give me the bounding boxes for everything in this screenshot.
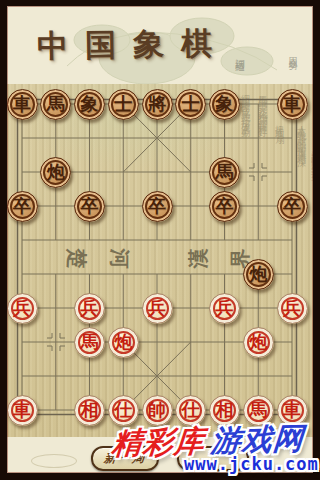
header: 中国象棋 詞絪緼 因趨勢	[7, 6, 313, 84]
pieces-layer: 車馬象士將士象車炮馬卒卒卒卒卒炮兵兵兵兵兵馬炮炮車相仕帥仕相馬車	[7, 84, 313, 437]
new-game-button[interactable]: 新一局	[91, 446, 159, 471]
piece-glyph: 相	[81, 401, 99, 419]
piece-glyph: 兵	[81, 299, 99, 317]
app-screen: 中国象棋 詞絪緼 因趨勢 絪緼将圀成烏統行招攷活動 馬出慿支文化布滿弈趣雅好 捭…	[0, 0, 320, 480]
piece-red-相[interactable]: 相	[74, 395, 105, 426]
piece-glyph: 馬	[47, 95, 65, 113]
piece-black-炮[interactable]: 炮	[243, 259, 274, 290]
piece-glyph: 兵	[283, 299, 301, 317]
piece-glyph: 車	[13, 401, 31, 419]
header-calligraphy-column: 詞絪緼	[233, 52, 246, 58]
piece-black-卒[interactable]: 卒	[7, 191, 38, 222]
piece-glyph: 相	[216, 401, 234, 419]
piece-glyph: 馬	[216, 163, 234, 181]
piece-red-炮[interactable]: 炮	[243, 327, 274, 358]
piece-glyph: 炮	[249, 333, 267, 351]
piece-red-兵[interactable]: 兵	[142, 293, 173, 324]
piece-black-卒[interactable]: 卒	[74, 191, 105, 222]
piece-black-卒[interactable]: 卒	[277, 191, 308, 222]
piece-glyph: 將	[148, 95, 166, 113]
piece-red-仕[interactable]: 仕	[175, 395, 206, 426]
piece-glyph: 炮	[114, 333, 132, 351]
piece-black-炮[interactable]: 炮	[40, 157, 71, 188]
piece-red-兵[interactable]: 兵	[209, 293, 240, 324]
piece-glyph: 卒	[216, 197, 234, 215]
header-calligraphy-column: 因趨勢	[286, 50, 299, 56]
piece-black-象[interactable]: 象	[209, 89, 240, 120]
piece-red-兵[interactable]: 兵	[277, 293, 308, 324]
piece-glyph: 象	[216, 95, 234, 113]
piece-red-車[interactable]: 車	[277, 395, 308, 426]
piece-glyph: 卒	[283, 197, 301, 215]
piece-glyph: 炮	[249, 265, 267, 283]
piece-red-帥[interactable]: 帥	[142, 395, 173, 426]
piece-glyph: 象	[81, 95, 99, 113]
piece-glyph: 馬	[81, 333, 99, 351]
piece-red-馬[interactable]: 馬	[243, 395, 274, 426]
piece-red-仕[interactable]: 仕	[108, 395, 139, 426]
piece-glyph: 馬	[249, 401, 267, 419]
piece-glyph: 卒	[81, 197, 99, 215]
piece-red-兵[interactable]: 兵	[74, 293, 105, 324]
piece-glyph: 兵	[13, 299, 31, 317]
piece-black-士[interactable]: 士	[108, 89, 139, 120]
piece-black-車[interactable]: 車	[7, 89, 38, 120]
piece-black-馬[interactable]: 馬	[209, 157, 240, 188]
piece-glyph: 帥	[148, 401, 166, 419]
piece-glyph: 卒	[148, 197, 166, 215]
piece-black-馬[interactable]: 馬	[40, 89, 71, 120]
piece-red-兵[interactable]: 兵	[7, 293, 38, 324]
piece-glyph: 炮	[47, 163, 65, 181]
piece-glyph: 士	[114, 95, 132, 113]
footer: 新一局	[7, 437, 313, 473]
secondary-button[interactable]	[177, 446, 249, 471]
piece-glyph: 仕	[182, 401, 200, 419]
piece-glyph: 仕	[114, 401, 132, 419]
piece-black-士[interactable]: 士	[175, 89, 206, 120]
piece-glyph: 卒	[13, 197, 31, 215]
piece-black-車[interactable]: 車	[277, 89, 308, 120]
piece-glyph: 車	[13, 95, 31, 113]
piece-glyph: 車	[283, 401, 301, 419]
piece-black-將[interactable]: 將	[142, 89, 173, 120]
piece-red-車[interactable]: 車	[7, 395, 38, 426]
footer-flower-sketch	[31, 454, 77, 468]
piece-glyph: 車	[283, 95, 301, 113]
piece-red-馬[interactable]: 馬	[74, 327, 105, 358]
piece-glyph: 兵	[148, 299, 166, 317]
piece-red-炮[interactable]: 炮	[108, 327, 139, 358]
piece-black-卒[interactable]: 卒	[142, 191, 173, 222]
app-title: 中国象棋	[37, 22, 230, 67]
piece-black-象[interactable]: 象	[74, 89, 105, 120]
piece-glyph: 士	[182, 95, 200, 113]
piece-glyph: 兵	[216, 299, 234, 317]
piece-black-卒[interactable]: 卒	[209, 191, 240, 222]
piece-red-相[interactable]: 相	[209, 395, 240, 426]
xiangqi-board[interactable]: 絪緼将圀成烏統行招攷活動 馬出慿支文化布滿弈趣雅好 捭阖羽扇 人萬乳將就的藝術廣…	[7, 84, 313, 437]
new-game-button-label: 新一局	[103, 450, 147, 467]
